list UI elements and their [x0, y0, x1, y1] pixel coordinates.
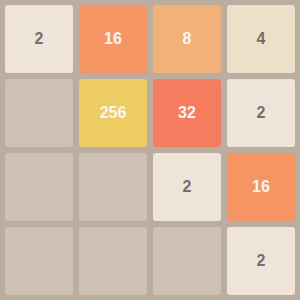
empty-cell	[5, 227, 73, 295]
empty-cell	[79, 153, 147, 221]
tile-16: 16	[79, 5, 147, 73]
empty-cell	[153, 227, 221, 295]
tile-2: 2	[5, 5, 73, 73]
tile-8: 8	[153, 5, 221, 73]
tile-256: 256	[79, 79, 147, 147]
tile-2: 2	[227, 227, 295, 295]
empty-cell	[79, 227, 147, 295]
tile-16: 16	[227, 153, 295, 221]
empty-cell	[5, 153, 73, 221]
tile-4: 4	[227, 5, 295, 73]
empty-cell	[5, 79, 73, 147]
tile-2: 2	[153, 153, 221, 221]
tile-2: 2	[227, 79, 295, 147]
tile-32: 32	[153, 79, 221, 147]
2048-board[interactable]: 216842563222162	[0, 0, 300, 300]
